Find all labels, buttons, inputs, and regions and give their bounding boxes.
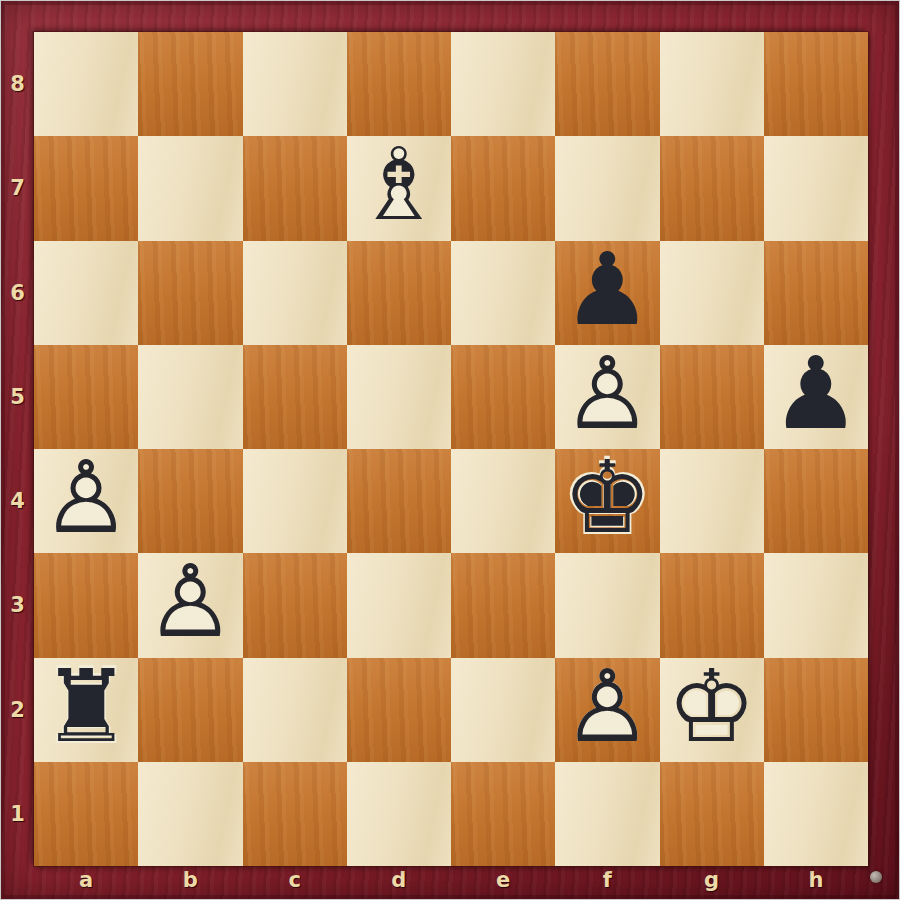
square-b3[interactable]: ♟♙ bbox=[138, 553, 242, 657]
square-h4[interactable] bbox=[764, 449, 868, 553]
square-a7[interactable] bbox=[34, 136, 138, 240]
rank-label-6: 6 bbox=[1, 241, 34, 345]
square-d3[interactable] bbox=[347, 553, 451, 657]
rank-label-4: 4 bbox=[1, 449, 34, 553]
square-g5[interactable] bbox=[660, 345, 764, 449]
white-pawn-icon: ♙ bbox=[555, 342, 659, 446]
rank-label-8: 8 bbox=[1, 32, 34, 136]
file-label-f: f bbox=[555, 867, 659, 893]
square-d8[interactable] bbox=[347, 32, 451, 136]
file-label-b: b bbox=[138, 867, 242, 893]
piece-white-pawn[interactable]: ♟♙ bbox=[555, 658, 659, 762]
square-a6[interactable] bbox=[34, 241, 138, 345]
file-label-e: e bbox=[451, 867, 555, 893]
square-f6[interactable]: ♟ bbox=[555, 241, 659, 345]
square-a8[interactable] bbox=[34, 32, 138, 136]
rank-label-3: 3 bbox=[1, 553, 34, 657]
black-king-icon: ♚ bbox=[555, 446, 659, 550]
square-c4[interactable] bbox=[243, 449, 347, 553]
rank-label-2: 2 bbox=[1, 658, 34, 762]
square-a1[interactable] bbox=[34, 762, 138, 866]
square-e3[interactable] bbox=[451, 553, 555, 657]
file-label-g: g bbox=[660, 867, 764, 893]
piece-black-pawn[interactable]: ♟ bbox=[764, 345, 868, 449]
square-f3[interactable] bbox=[555, 553, 659, 657]
square-h6[interactable] bbox=[764, 241, 868, 345]
black-pawn-icon: ♟ bbox=[764, 342, 868, 446]
board-frame: 87654321 abcdefgh ♝♗♟♟♙♟♟♙♚♚♟♙♜♜♟♙♚♔ bbox=[0, 0, 900, 900]
file-label-h: h bbox=[764, 867, 868, 893]
square-b1[interactable] bbox=[138, 762, 242, 866]
square-b5[interactable] bbox=[138, 345, 242, 449]
square-d2[interactable] bbox=[347, 658, 451, 762]
square-a2[interactable]: ♜♜ bbox=[34, 658, 138, 762]
square-g3[interactable] bbox=[660, 553, 764, 657]
white-pawn-icon: ♙ bbox=[34, 446, 138, 550]
square-b2[interactable] bbox=[138, 658, 242, 762]
square-g4[interactable] bbox=[660, 449, 764, 553]
rank-labels: 87654321 bbox=[1, 32, 34, 866]
chess-board: ♝♗♟♟♙♟♟♙♚♚♟♙♜♜♟♙♚♔ bbox=[34, 32, 868, 866]
square-h5[interactable]: ♟ bbox=[764, 345, 868, 449]
square-h2[interactable] bbox=[764, 658, 868, 762]
square-c6[interactable] bbox=[243, 241, 347, 345]
square-b4[interactable] bbox=[138, 449, 242, 553]
square-f8[interactable] bbox=[555, 32, 659, 136]
white-king-icon: ♔ bbox=[660, 655, 764, 759]
square-e7[interactable] bbox=[451, 136, 555, 240]
square-a3[interactable] bbox=[34, 553, 138, 657]
square-h1[interactable] bbox=[764, 762, 868, 866]
square-b7[interactable] bbox=[138, 136, 242, 240]
square-f2[interactable]: ♟♙ bbox=[555, 658, 659, 762]
square-g6[interactable] bbox=[660, 241, 764, 345]
square-b8[interactable] bbox=[138, 32, 242, 136]
black-pawn-icon: ♟ bbox=[555, 238, 659, 342]
piece-white-king[interactable]: ♚♔ bbox=[660, 658, 764, 762]
rank-label-1: 1 bbox=[1, 762, 34, 866]
square-g2[interactable]: ♚♔ bbox=[660, 658, 764, 762]
square-f7[interactable] bbox=[555, 136, 659, 240]
square-e5[interactable] bbox=[451, 345, 555, 449]
square-e6[interactable] bbox=[451, 241, 555, 345]
square-d1[interactable] bbox=[347, 762, 451, 866]
white-bishop-icon: ♗ bbox=[347, 133, 451, 237]
piece-white-bishop[interactable]: ♝♗ bbox=[347, 136, 451, 240]
square-c2[interactable] bbox=[243, 658, 347, 762]
square-e8[interactable] bbox=[451, 32, 555, 136]
piece-black-pawn[interactable]: ♟ bbox=[555, 241, 659, 345]
piece-white-pawn[interactable]: ♟♙ bbox=[138, 553, 242, 657]
white-pawn-icon: ♙ bbox=[138, 550, 242, 654]
file-label-a: a bbox=[34, 867, 138, 893]
square-a4[interactable]: ♟♙ bbox=[34, 449, 138, 553]
frame-screw-icon bbox=[870, 871, 882, 883]
piece-white-pawn[interactable]: ♟♙ bbox=[34, 449, 138, 553]
square-f1[interactable] bbox=[555, 762, 659, 866]
square-g1[interactable] bbox=[660, 762, 764, 866]
square-c7[interactable] bbox=[243, 136, 347, 240]
file-label-c: c bbox=[243, 867, 347, 893]
rank-label-5: 5 bbox=[1, 345, 34, 449]
square-f4[interactable]: ♚♚ bbox=[555, 449, 659, 553]
rank-label-7: 7 bbox=[1, 136, 34, 240]
square-h8[interactable] bbox=[764, 32, 868, 136]
square-b6[interactable] bbox=[138, 241, 242, 345]
square-e1[interactable] bbox=[451, 762, 555, 866]
square-c3[interactable] bbox=[243, 553, 347, 657]
square-c8[interactable] bbox=[243, 32, 347, 136]
piece-black-rook[interactable]: ♜♜ bbox=[34, 658, 138, 762]
white-pawn-icon: ♙ bbox=[555, 655, 659, 759]
piece-black-king[interactable]: ♚♚ bbox=[555, 449, 659, 553]
square-h7[interactable] bbox=[764, 136, 868, 240]
square-d4[interactable] bbox=[347, 449, 451, 553]
file-label-d: d bbox=[347, 867, 451, 893]
square-f5[interactable]: ♟♙ bbox=[555, 345, 659, 449]
black-rook-icon: ♜ bbox=[34, 655, 138, 759]
square-d5[interactable] bbox=[347, 345, 451, 449]
square-c1[interactable] bbox=[243, 762, 347, 866]
square-g8[interactable] bbox=[660, 32, 764, 136]
file-labels: abcdefgh bbox=[34, 867, 868, 893]
square-c5[interactable] bbox=[243, 345, 347, 449]
piece-white-pawn[interactable]: ♟♙ bbox=[555, 345, 659, 449]
square-h3[interactable] bbox=[764, 553, 868, 657]
square-d6[interactable] bbox=[347, 241, 451, 345]
square-e2[interactable] bbox=[451, 658, 555, 762]
square-e4[interactable] bbox=[451, 449, 555, 553]
square-g7[interactable] bbox=[660, 136, 764, 240]
square-d7[interactable]: ♝♗ bbox=[347, 136, 451, 240]
square-a5[interactable] bbox=[34, 345, 138, 449]
